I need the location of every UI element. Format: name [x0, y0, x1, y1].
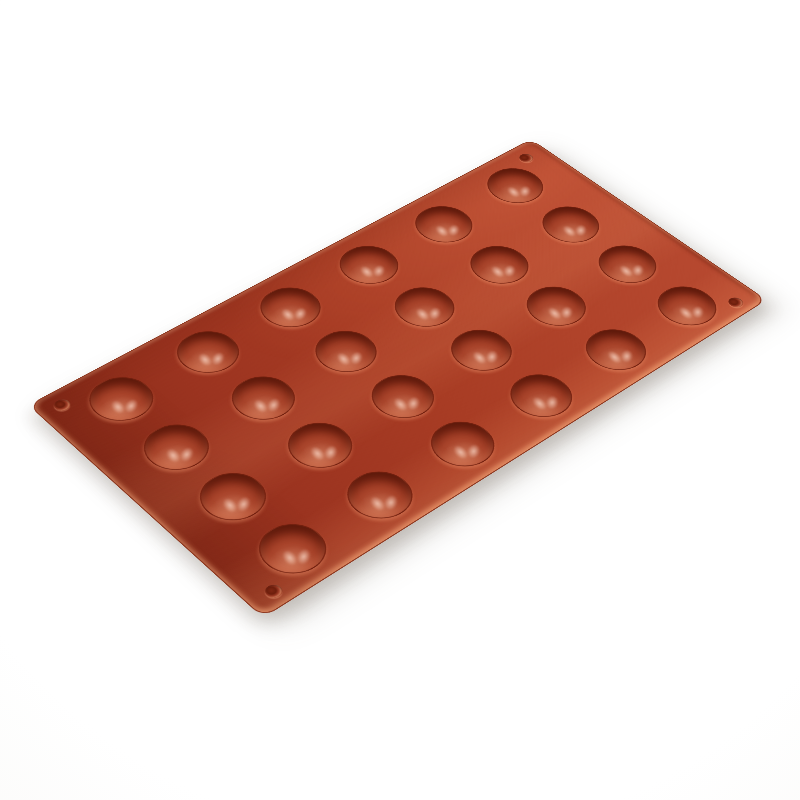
corner-hole	[51, 397, 73, 412]
mold-cavity	[530, 199, 610, 250]
mold-cavity	[403, 199, 484, 250]
corner-hole	[725, 296, 746, 310]
mold-cavity	[382, 279, 466, 334]
mold-cavity	[573, 321, 658, 378]
baking-mold	[28, 139, 767, 618]
mold-cavity	[275, 414, 365, 477]
mold-cavity	[77, 369, 166, 430]
mold-cavity	[497, 366, 584, 426]
mold-cavity	[328, 238, 411, 291]
mold-cavity	[245, 514, 340, 583]
mold-cavity	[418, 413, 507, 476]
mold-cavity	[219, 368, 308, 429]
mold-cavity	[187, 464, 280, 531]
mold-cavity	[476, 161, 555, 210]
mold-cavity	[165, 323, 252, 381]
mold-cavity	[515, 279, 598, 334]
photo-background	[0, 0, 800, 800]
mold-cavity	[302, 322, 388, 380]
mold-cavity	[587, 238, 668, 291]
mold-cavity	[131, 415, 222, 479]
mold-cavity	[359, 367, 447, 427]
mold-cavity	[334, 462, 426, 528]
mold-cavity	[439, 322, 525, 380]
corner-hole	[517, 152, 536, 164]
mold-cavity	[248, 280, 333, 336]
mold-cavity	[458, 238, 540, 291]
mold-cavity	[645, 278, 728, 333]
corner-hole	[262, 582, 286, 600]
